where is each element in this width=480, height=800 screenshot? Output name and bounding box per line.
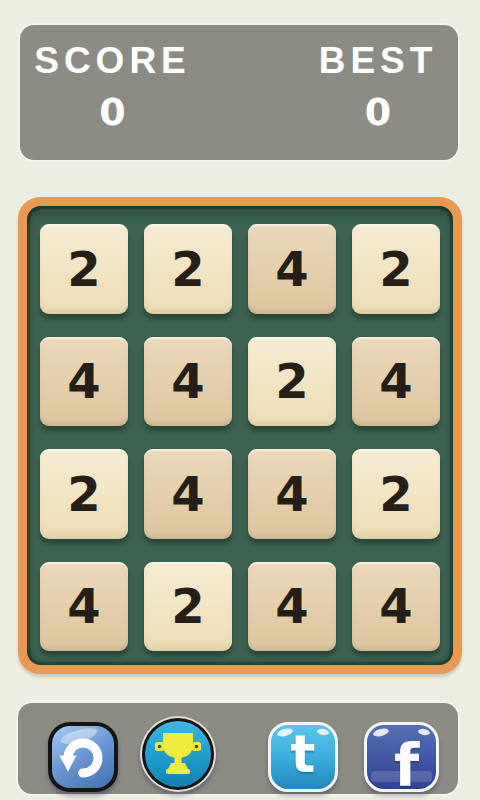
best-block: BEST 0 — [298, 41, 458, 160]
tile-r4c1-4: 4 — [40, 562, 128, 652]
bottom-toolbar: t f — [18, 703, 458, 794]
tile-grid[interactable]: 2242442424424244 — [27, 206, 453, 665]
gloss-highlight — [317, 728, 330, 736]
undo-button[interactable] — [48, 722, 118, 792]
tile-r4c4-4: 4 — [352, 562, 440, 652]
facebook-icon: f — [394, 732, 419, 792]
tile-r1c2-2: 2 — [144, 224, 232, 314]
tile-r3c2-4: 4 — [144, 449, 232, 539]
tile-r3c1-2: 2 — [40, 449, 128, 539]
tile-r2c2-4: 4 — [144, 337, 232, 427]
tile-r1c1-2: 2 — [40, 224, 128, 314]
tile-r2c3-2: 2 — [248, 337, 336, 427]
score-panel: SCORE 0 BEST 0 — [20, 25, 458, 160]
score-value: 0 — [30, 90, 195, 134]
tile-r3c3-4: 4 — [248, 449, 336, 539]
achievements-button[interactable] — [140, 716, 216, 792]
game-board[interactable]: 2242442424424244 — [18, 197, 462, 674]
tile-r4c2-2: 2 — [144, 562, 232, 652]
tile-r4c3-4: 4 — [248, 562, 336, 652]
tile-r3c4-2: 2 — [352, 449, 440, 539]
facebook-share-button[interactable]: f — [364, 722, 439, 792]
twitter-share-button[interactable]: t — [268, 722, 338, 792]
twitter-icon: t — [291, 724, 316, 784]
gloss-band — [371, 771, 432, 782]
best-value: 0 — [298, 90, 458, 134]
tile-r2c1-4: 4 — [40, 337, 128, 427]
tile-r2c4-4: 4 — [352, 337, 440, 427]
tile-r1c3-4: 4 — [248, 224, 336, 314]
tile-r1c4-2: 2 — [352, 224, 440, 314]
trophy-cup-icon — [142, 718, 214, 790]
best-label: BEST — [298, 41, 458, 82]
score-label: SCORE — [30, 41, 195, 82]
score-block: SCORE 0 — [30, 41, 195, 160]
undo-arrow-icon — [48, 722, 118, 792]
gloss-highlight — [418, 728, 431, 736]
gloss-highlight — [372, 727, 389, 738]
